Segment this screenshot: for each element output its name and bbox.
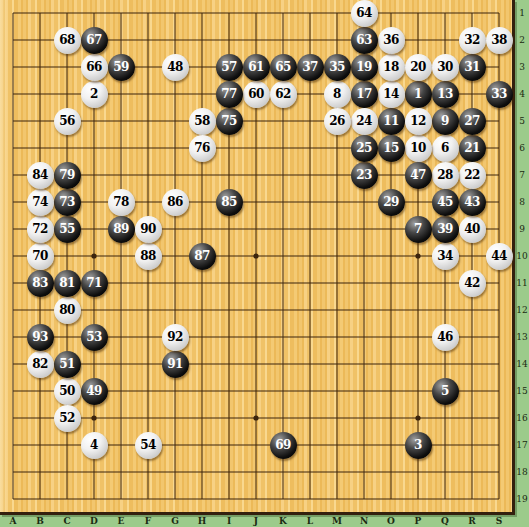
- stone-black-43: 43: [459, 189, 486, 216]
- stone-white-40: 40: [459, 216, 486, 243]
- stone-black-85: 85: [216, 189, 243, 216]
- row-label-16: 16: [515, 412, 529, 424]
- stone-white-68: 68: [54, 27, 81, 54]
- stone-white-86: 86: [162, 189, 189, 216]
- stone-black-13: 13: [432, 81, 459, 108]
- column-label-N: N: [355, 515, 373, 527]
- row-label-2: 2: [515, 34, 529, 46]
- column-label-J: J: [247, 515, 265, 527]
- stone-white-32: 32: [459, 27, 486, 54]
- stone-black-9: 9: [432, 108, 459, 135]
- stone-black-87: 87: [189, 243, 216, 270]
- stones-layer: 1234567891011121314151718192021222324252…: [0, 0, 513, 513]
- row-label-3: 3: [515, 61, 529, 73]
- stone-black-49: 49: [81, 378, 108, 405]
- stone-black-77: 77: [216, 81, 243, 108]
- column-label-B: B: [31, 515, 49, 527]
- stone-black-35: 35: [324, 54, 351, 81]
- stone-black-53: 53: [81, 324, 108, 351]
- stone-white-2: 2: [81, 81, 108, 108]
- stone-white-64: 64: [351, 0, 378, 27]
- stone-black-23: 23: [351, 162, 378, 189]
- row-label-18: 18: [515, 466, 529, 478]
- stone-black-65: 65: [270, 54, 297, 81]
- stone-white-20: 20: [405, 54, 432, 81]
- column-label-A: A: [4, 515, 22, 527]
- stone-black-61: 61: [243, 54, 270, 81]
- stone-black-27: 27: [459, 108, 486, 135]
- stone-white-18: 18: [378, 54, 405, 81]
- stone-white-82: 82: [27, 351, 54, 378]
- stone-black-67: 67: [81, 27, 108, 54]
- stone-white-34: 34: [432, 243, 459, 270]
- stone-white-12: 12: [405, 108, 432, 135]
- stone-white-54: 54: [135, 432, 162, 459]
- stone-white-62: 62: [270, 81, 297, 108]
- row-label-19: 19: [515, 493, 529, 505]
- stone-white-46: 46: [432, 324, 459, 351]
- stone-white-28: 28: [432, 162, 459, 189]
- stone-white-6: 6: [432, 135, 459, 162]
- go-board[interactable]: 1234567891011121314151718192021222324252…: [0, 0, 515, 515]
- row-label-8: 8: [515, 196, 529, 208]
- stone-black-11: 11: [378, 108, 405, 135]
- stone-black-33: 33: [486, 81, 513, 108]
- stone-black-57: 57: [216, 54, 243, 81]
- stone-white-92: 92: [162, 324, 189, 351]
- stone-white-70: 70: [27, 243, 54, 270]
- row-label-5: 5: [515, 115, 529, 127]
- stone-black-31: 31: [459, 54, 486, 81]
- stone-white-48: 48: [162, 54, 189, 81]
- stone-white-24: 24: [351, 108, 378, 135]
- row-label-15: 15: [515, 385, 529, 397]
- stone-black-21: 21: [459, 135, 486, 162]
- stone-white-10: 10: [405, 135, 432, 162]
- stone-white-72: 72: [27, 216, 54, 243]
- stone-white-90: 90: [135, 216, 162, 243]
- stone-black-19: 19: [351, 54, 378, 81]
- stone-black-1: 1: [405, 81, 432, 108]
- stone-black-17: 17: [351, 81, 378, 108]
- row-label-13: 13: [515, 331, 529, 343]
- stone-black-81: 81: [54, 270, 81, 297]
- row-label-14: 14: [515, 358, 529, 370]
- stone-black-93: 93: [27, 324, 54, 351]
- stone-white-30: 30: [432, 54, 459, 81]
- stone-white-74: 74: [27, 189, 54, 216]
- stone-white-44: 44: [486, 243, 513, 270]
- stone-black-89: 89: [108, 216, 135, 243]
- stone-white-78: 78: [108, 189, 135, 216]
- stone-white-8: 8: [324, 81, 351, 108]
- column-label-F: F: [139, 515, 157, 527]
- stone-black-83: 83: [27, 270, 54, 297]
- stone-black-63: 63: [351, 27, 378, 54]
- stone-white-88: 88: [135, 243, 162, 270]
- stone-black-73: 73: [54, 189, 81, 216]
- stone-white-50: 50: [54, 378, 81, 405]
- row-label-10: 10: [515, 250, 529, 262]
- go-board-diagram: 1234567891011121314151718192021222324252…: [0, 0, 529, 527]
- row-label-11: 11: [515, 277, 529, 289]
- stone-black-55: 55: [54, 216, 81, 243]
- row-label-4: 4: [515, 88, 529, 100]
- column-label-Q: Q: [436, 515, 454, 527]
- column-label-E: E: [112, 515, 130, 527]
- row-label-17: 17: [515, 439, 529, 451]
- stone-black-45: 45: [432, 189, 459, 216]
- stone-black-29: 29: [378, 189, 405, 216]
- stone-black-25: 25: [351, 135, 378, 162]
- stone-black-7: 7: [405, 216, 432, 243]
- stone-white-26: 26: [324, 108, 351, 135]
- stone-black-5: 5: [432, 378, 459, 405]
- column-label-D: D: [85, 515, 103, 527]
- stone-white-60: 60: [243, 81, 270, 108]
- stone-white-52: 52: [54, 405, 81, 432]
- stone-white-14: 14: [378, 81, 405, 108]
- stone-black-39: 39: [432, 216, 459, 243]
- column-label-S: S: [490, 515, 508, 527]
- column-label-P: P: [409, 515, 427, 527]
- stone-white-84: 84: [27, 162, 54, 189]
- stone-white-80: 80: [54, 297, 81, 324]
- row-label-7: 7: [515, 169, 529, 181]
- stone-black-37: 37: [297, 54, 324, 81]
- row-label-1: 1: [515, 7, 529, 19]
- stone-white-42: 42: [459, 270, 486, 297]
- stone-black-79: 79: [54, 162, 81, 189]
- row-label-12: 12: [515, 304, 529, 316]
- row-label-9: 9: [515, 223, 529, 235]
- stone-black-59: 59: [108, 54, 135, 81]
- column-label-L: L: [301, 515, 319, 527]
- column-label-K: K: [274, 515, 292, 527]
- stone-white-76: 76: [189, 135, 216, 162]
- column-label-H: H: [193, 515, 211, 527]
- column-label-G: G: [166, 515, 184, 527]
- column-label-C: C: [58, 515, 76, 527]
- stone-white-22: 22: [459, 162, 486, 189]
- column-label-M: M: [328, 515, 346, 527]
- stone-black-69: 69: [270, 432, 297, 459]
- stone-white-36: 36: [378, 27, 405, 54]
- stone-black-3: 3: [405, 432, 432, 459]
- stone-white-4: 4: [81, 432, 108, 459]
- stone-white-58: 58: [189, 108, 216, 135]
- stone-black-47: 47: [405, 162, 432, 189]
- stone-black-71: 71: [81, 270, 108, 297]
- column-label-O: O: [382, 515, 400, 527]
- column-label-I: I: [220, 515, 238, 527]
- stone-white-38: 38: [486, 27, 513, 54]
- stone-black-91: 91: [162, 351, 189, 378]
- stone-white-66: 66: [81, 54, 108, 81]
- column-label-R: R: [463, 515, 481, 527]
- stone-white-56: 56: [54, 108, 81, 135]
- stone-black-75: 75: [216, 108, 243, 135]
- stone-black-51: 51: [54, 351, 81, 378]
- stone-black-15: 15: [378, 135, 405, 162]
- row-label-6: 6: [515, 142, 529, 154]
